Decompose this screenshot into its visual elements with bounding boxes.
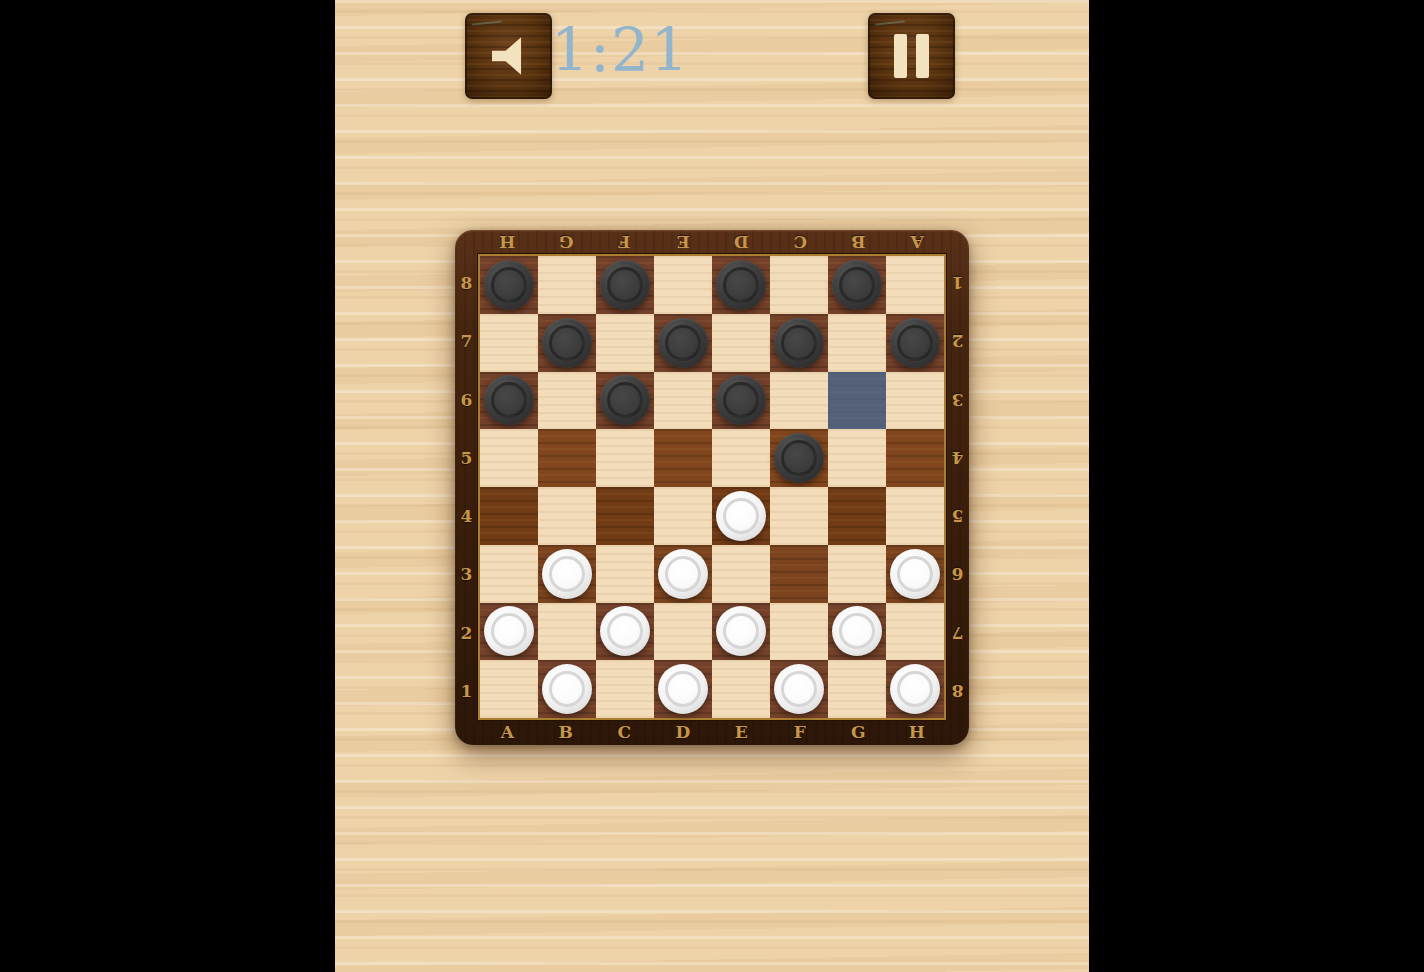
white-man-c2[interactable] [600, 606, 650, 656]
square-a5[interactable] [480, 429, 538, 487]
square-e4[interactable] [712, 487, 770, 545]
square-f3[interactable] [770, 545, 828, 603]
rank-labels-right: 12345678 [946, 254, 969, 720]
square-c8[interactable] [596, 256, 654, 314]
game-timer: 1:21 [540, 0, 700, 100]
rank-label-right-3: 3 [946, 371, 969, 429]
square-f1[interactable] [770, 660, 828, 718]
square-e7[interactable] [712, 314, 770, 372]
square-e2[interactable] [712, 603, 770, 661]
square-c4[interactable] [596, 487, 654, 545]
file-label-bottom-f: F [771, 719, 830, 745]
square-d2[interactable] [654, 603, 712, 661]
rank-label-right-5: 5 [946, 487, 969, 545]
rank-label-left-3: 3 [455, 545, 478, 603]
black-man-c6[interactable] [600, 375, 650, 425]
square-c1[interactable] [596, 660, 654, 718]
square-g4[interactable] [828, 487, 886, 545]
black-man-f7[interactable] [774, 318, 824, 368]
black-man-a6[interactable] [484, 375, 534, 425]
file-label-top-h: H [478, 230, 537, 254]
square-b7[interactable] [538, 314, 596, 372]
square-c2[interactable] [596, 603, 654, 661]
square-b1[interactable] [538, 660, 596, 718]
file-label-bottom-h: H [888, 719, 947, 745]
white-man-b1[interactable] [542, 664, 592, 714]
square-d3[interactable] [654, 545, 712, 603]
black-man-e8[interactable] [716, 260, 766, 310]
white-man-e4[interactable] [716, 491, 766, 541]
file-label-top-f: F [595, 230, 654, 254]
file-label-bottom-g: G [829, 719, 888, 745]
pause-icon [894, 34, 929, 78]
square-h6[interactable] [886, 372, 944, 430]
file-label-bottom-b: B [537, 719, 596, 745]
black-man-c8[interactable] [600, 260, 650, 310]
rank-label-right-8: 8 [946, 662, 969, 720]
white-man-f1[interactable] [774, 664, 824, 714]
white-man-a2[interactable] [484, 606, 534, 656]
file-label-top-a: A [888, 230, 947, 254]
square-h1[interactable] [886, 660, 944, 718]
app-stage: 1:21 HGFEDCBA ABCDEFGH 87654321 12345678 [0, 0, 1424, 972]
square-h2[interactable] [886, 603, 944, 661]
square-e1[interactable] [712, 660, 770, 718]
file-label-top-b: B [829, 230, 888, 254]
square-b8[interactable] [538, 256, 596, 314]
speaker-icon [492, 36, 525, 76]
file-label-top-c: C [771, 230, 830, 254]
square-g2[interactable] [828, 603, 886, 661]
rank-label-left-5: 5 [455, 429, 478, 487]
square-e5[interactable] [712, 429, 770, 487]
rank-label-right-4: 4 [946, 429, 969, 487]
white-man-d1[interactable] [658, 664, 708, 714]
pause-button[interactable] [868, 13, 955, 99]
black-man-b7[interactable] [542, 318, 592, 368]
square-g6[interactable] [828, 372, 886, 430]
black-man-h7[interactable] [890, 318, 940, 368]
square-c5[interactable] [596, 429, 654, 487]
square-a4[interactable] [480, 487, 538, 545]
rank-label-left-6: 6 [455, 371, 478, 429]
square-e3[interactable] [712, 545, 770, 603]
white-man-h1[interactable] [890, 664, 940, 714]
rank-label-right-6: 6 [946, 545, 969, 603]
file-label-bottom-e: E [712, 719, 771, 745]
square-f5[interactable] [770, 429, 828, 487]
square-e8[interactable] [712, 256, 770, 314]
square-g5[interactable] [828, 429, 886, 487]
square-a3[interactable] [480, 545, 538, 603]
square-c7[interactable] [596, 314, 654, 372]
file-labels-top: HGFEDCBA [478, 230, 946, 254]
square-g3[interactable] [828, 545, 886, 603]
square-a7[interactable] [480, 314, 538, 372]
square-d7[interactable] [654, 314, 712, 372]
black-man-g8[interactable] [832, 260, 882, 310]
black-man-a8[interactable] [484, 260, 534, 310]
square-f6[interactable] [770, 372, 828, 430]
rank-label-left-8: 8 [455, 254, 478, 312]
square-d8[interactable] [654, 256, 712, 314]
board-grid [478, 254, 946, 720]
white-man-h3[interactable] [890, 549, 940, 599]
square-b2[interactable] [538, 603, 596, 661]
square-b4[interactable] [538, 487, 596, 545]
white-man-e2[interactable] [716, 606, 766, 656]
square-d6[interactable] [654, 372, 712, 430]
square-f8[interactable] [770, 256, 828, 314]
square-d1[interactable] [654, 660, 712, 718]
rank-label-left-1: 1 [455, 662, 478, 720]
square-a6[interactable] [480, 372, 538, 430]
file-label-top-g: G [537, 230, 596, 254]
square-g7[interactable] [828, 314, 886, 372]
black-man-e6[interactable] [716, 375, 766, 425]
square-d4[interactable] [654, 487, 712, 545]
square-h8[interactable] [886, 256, 944, 314]
file-label-bottom-d: D [654, 719, 713, 745]
rank-label-left-4: 4 [455, 487, 478, 545]
file-label-bottom-a: A [478, 719, 537, 745]
square-h5[interactable] [886, 429, 944, 487]
square-b5[interactable] [538, 429, 596, 487]
white-man-g2[interactable] [832, 606, 882, 656]
square-h3[interactable] [886, 545, 944, 603]
square-e6[interactable] [712, 372, 770, 430]
rank-label-left-2: 2 [455, 604, 478, 662]
square-f2[interactable] [770, 603, 828, 661]
rank-label-right-1: 1 [946, 254, 969, 312]
square-a2[interactable] [480, 603, 538, 661]
square-h4[interactable] [886, 487, 944, 545]
rank-labels-left: 87654321 [455, 254, 478, 720]
white-man-d3[interactable] [658, 549, 708, 599]
square-d5[interactable] [654, 429, 712, 487]
square-f7[interactable] [770, 314, 828, 372]
rank-label-right-2: 2 [946, 312, 969, 370]
game-background: 1:21 HGFEDCBA ABCDEFGH 87654321 12345678 [335, 0, 1089, 972]
square-a8[interactable] [480, 256, 538, 314]
white-man-b3[interactable] [542, 549, 592, 599]
black-man-f5[interactable] [774, 433, 824, 483]
black-man-d7[interactable] [658, 318, 708, 368]
square-h7[interactable] [886, 314, 944, 372]
square-a1[interactable] [480, 660, 538, 718]
file-label-top-e: E [654, 230, 713, 254]
file-label-bottom-c: C [595, 719, 654, 745]
square-c6[interactable] [596, 372, 654, 430]
checkers-board: HGFEDCBA ABCDEFGH 87654321 12345678 [455, 230, 969, 745]
rank-label-left-7: 7 [455, 312, 478, 370]
square-b3[interactable] [538, 545, 596, 603]
square-c3[interactable] [596, 545, 654, 603]
rank-label-right-7: 7 [946, 604, 969, 662]
square-f4[interactable] [770, 487, 828, 545]
square-b6[interactable] [538, 372, 596, 430]
sound-button[interactable] [465, 13, 552, 99]
file-label-top-d: D [712, 230, 771, 254]
file-labels-bottom: ABCDEFGH [478, 719, 946, 745]
square-g1[interactable] [828, 660, 886, 718]
square-g8[interactable] [828, 256, 886, 314]
